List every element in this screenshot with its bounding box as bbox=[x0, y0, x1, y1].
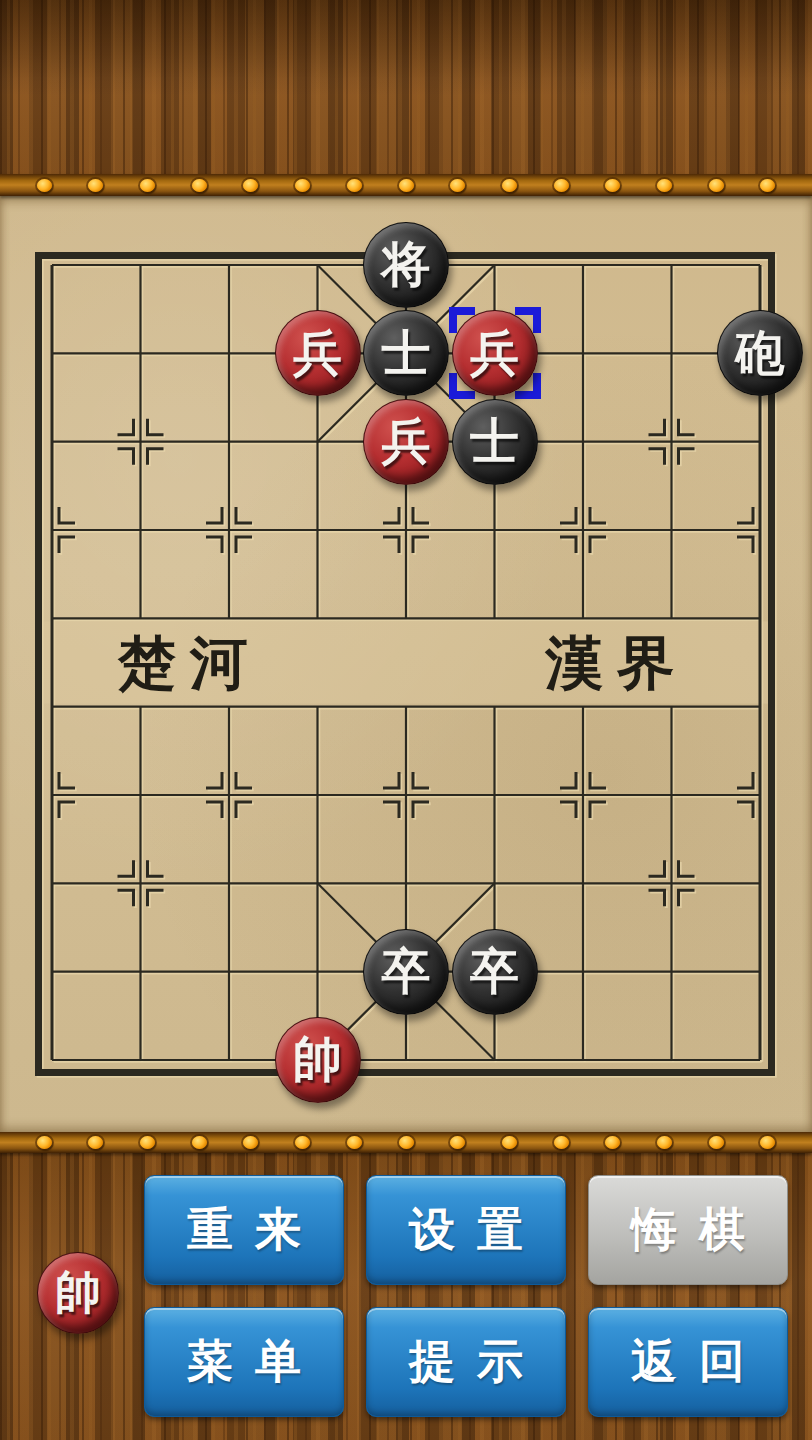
stud-icon bbox=[37, 1136, 52, 1149]
piece-glyph: 兵 bbox=[382, 417, 431, 466]
hint-button[interactable]: 提示 bbox=[366, 1307, 566, 1417]
stud-icon bbox=[760, 179, 775, 192]
piece-black-卒[interactable]: 卒 bbox=[452, 929, 538, 1015]
piece-red-帥[interactable]: 帥 bbox=[275, 1017, 361, 1103]
stud-icon bbox=[140, 179, 155, 192]
piece-glyph: 士 bbox=[470, 417, 519, 466]
piece-black-士[interactable]: 士 bbox=[452, 399, 538, 485]
studded-rail-bottom bbox=[0, 1132, 812, 1153]
stud-icon bbox=[347, 179, 362, 192]
stud-icon bbox=[140, 1136, 155, 1149]
settings-button[interactable]: 设置 bbox=[366, 1175, 566, 1285]
stud-icon bbox=[399, 1136, 414, 1149]
stud-icon bbox=[192, 1136, 207, 1149]
stud-icon bbox=[760, 1136, 775, 1149]
stud-icon bbox=[657, 179, 672, 192]
piece-red-兵[interactable]: 兵 bbox=[452, 310, 538, 396]
stud-icon bbox=[192, 179, 207, 192]
piece-red-兵[interactable]: 兵 bbox=[275, 310, 361, 396]
xiangqi-app-screen: 楚河漢界 将兵士兵砲兵士卒卒帥 帥 重来 设置 悔棋 菜单 提示 返回 bbox=[0, 0, 812, 1440]
stud-icon bbox=[88, 1136, 103, 1149]
piece-glyph: 帥 bbox=[293, 1035, 342, 1084]
studded-rail-top bbox=[0, 174, 812, 196]
stud-icon bbox=[554, 1136, 569, 1149]
stud-icon bbox=[554, 179, 569, 192]
stud-icon bbox=[657, 1136, 672, 1149]
piece-glyph: 兵 bbox=[470, 329, 519, 378]
piece-red-兵[interactable]: 兵 bbox=[363, 399, 449, 485]
piece-black-将[interactable]: 将 bbox=[363, 222, 449, 308]
undo-button[interactable]: 悔棋 bbox=[588, 1175, 788, 1285]
piece-glyph: 砲 bbox=[736, 329, 785, 378]
piece-glyph: 将 bbox=[382, 240, 431, 289]
piece-black-士[interactable]: 士 bbox=[363, 310, 449, 396]
stud-icon bbox=[605, 179, 620, 192]
stud-icon bbox=[243, 179, 258, 192]
restart-button[interactable]: 重来 bbox=[144, 1175, 344, 1285]
piece-glyph: 卒 bbox=[382, 947, 431, 996]
piece-glyph: 士 bbox=[382, 329, 431, 378]
turn-indicator-piece: 帥 bbox=[37, 1252, 119, 1334]
stud-icon bbox=[243, 1136, 258, 1149]
stud-icon bbox=[37, 179, 52, 192]
turn-indicator-glyph: 帥 bbox=[55, 1270, 101, 1316]
xiangqi-board[interactable]: 将兵士兵砲兵士卒卒帥 bbox=[8, 221, 805, 1104]
wood-background-top bbox=[0, 0, 812, 174]
menu-button[interactable]: 菜单 bbox=[144, 1307, 344, 1417]
piece-glyph: 兵 bbox=[293, 329, 342, 378]
piece-glyph: 卒 bbox=[470, 947, 519, 996]
stud-icon bbox=[709, 179, 724, 192]
stud-icon bbox=[88, 179, 103, 192]
stud-icon bbox=[605, 1136, 620, 1149]
stud-icon bbox=[709, 1136, 724, 1149]
stud-icon bbox=[347, 1136, 362, 1149]
stud-icon bbox=[399, 179, 414, 192]
stud-icon bbox=[502, 179, 517, 192]
stud-icon bbox=[295, 179, 310, 192]
piece-black-卒[interactable]: 卒 bbox=[363, 929, 449, 1015]
stud-icon bbox=[295, 1136, 310, 1149]
piece-black-砲[interactable]: 砲 bbox=[717, 310, 803, 396]
stud-icon bbox=[450, 1136, 465, 1149]
stud-icon bbox=[502, 1136, 517, 1149]
back-button[interactable]: 返回 bbox=[588, 1307, 788, 1417]
stud-icon bbox=[450, 179, 465, 192]
